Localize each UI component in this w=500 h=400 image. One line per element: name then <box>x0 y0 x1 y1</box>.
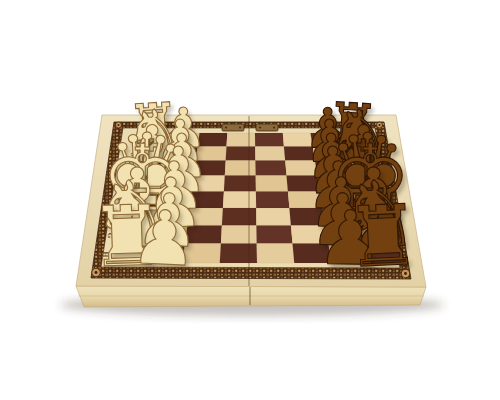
chess-set-photo: ABCDEFGH ♜♟♟♜♞♟♟♞♝♟♟♝♛♟♟♛♚♟♟♚♝♟♟♝♞♟♟♞♜♟♟… <box>0 0 500 400</box>
piece-white-pawn-h2: ♟ <box>129 200 199 278</box>
piece-black-rook-h8: ♜ <box>343 193 421 280</box>
pieces-layer: ♜♟♟♜♞♟♟♞♝♟♟♝♛♟♟♛♚♟♟♚♝♟♟♝♞♟♟♞♜♟♟♜ <box>0 0 500 400</box>
